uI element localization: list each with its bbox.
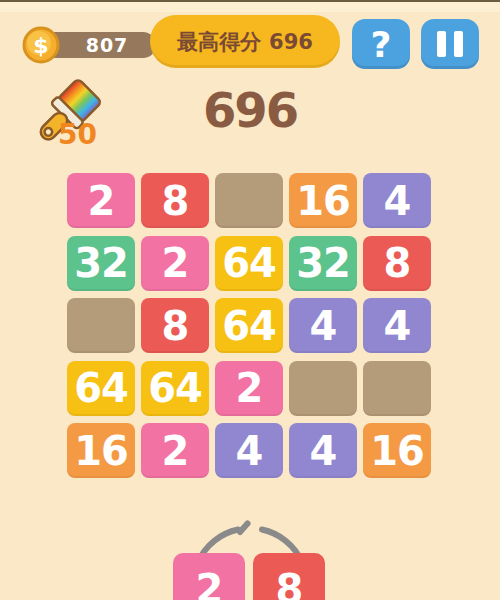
tile-8-r2c5[interactable]: 8: [363, 236, 431, 291]
tile-2-r1c1[interactable]: 2: [67, 173, 135, 228]
tile-16-r5c1[interactable]: 16: [67, 423, 135, 478]
pause-button[interactable]: [421, 19, 479, 69]
empty-cell-r4c4[interactable]: [289, 361, 357, 416]
best-score-label: 最高得分: [177, 28, 261, 56]
tile-4-r3c5[interactable]: 4: [363, 298, 431, 353]
coin-counter: 807 $: [22, 26, 142, 66]
empty-cell-r1c3[interactable]: [215, 173, 283, 228]
empty-cell-r3c1[interactable]: [67, 298, 135, 353]
tile-64-r2c3[interactable]: 64: [215, 236, 283, 291]
next-tile-2[interactable]: 2: [173, 553, 245, 600]
coin-dollar-glyph: $: [33, 33, 48, 58]
tile-16-r5c5[interactable]: 16: [363, 423, 431, 478]
game-screen: 807 $ 最高得分 696 ? 696: [0, 0, 500, 600]
best-score-value: 696: [269, 30, 313, 54]
tile-4-r5c3[interactable]: 4: [215, 423, 283, 478]
brush-booster[interactable]: 50: [20, 72, 120, 157]
next-pair[interactable]: 28: [173, 553, 325, 600]
tile-4-r1c5[interactable]: 4: [363, 173, 431, 228]
tile-32-r2c1[interactable]: 32: [67, 236, 135, 291]
coin-icon: $: [22, 26, 60, 64]
brush-count: 50: [58, 118, 97, 151]
tile-8-r1c2[interactable]: 8: [141, 173, 209, 228]
next-pair-preview: 28: [0, 520, 500, 600]
tile-16-r1c4[interactable]: 16: [289, 173, 357, 228]
tile-4-r5c4[interactable]: 4: [289, 423, 357, 478]
tile-64-r4c2[interactable]: 64: [141, 361, 209, 416]
tile-4-r3c4[interactable]: 4: [289, 298, 357, 353]
tile-2-r5c2[interactable]: 2: [141, 423, 209, 478]
pause-icon: [437, 31, 463, 57]
tile-32-r2c4[interactable]: 32: [289, 236, 357, 291]
next-tile-8[interactable]: 8: [253, 553, 325, 600]
top-strip: [0, 2, 500, 12]
tile-2-r2c2[interactable]: 2: [141, 236, 209, 291]
help-button[interactable]: ?: [352, 19, 410, 69]
question-mark-icon: ?: [371, 24, 392, 65]
tile-8-r3c2[interactable]: 8: [141, 298, 209, 353]
best-score-pill: 最高得分 696: [150, 15, 340, 68]
tile-64-r3c3[interactable]: 64: [215, 298, 283, 353]
tile-2-r4c3[interactable]: 2: [215, 361, 283, 416]
tile-64-r4c1[interactable]: 64: [67, 361, 135, 416]
board: 281643226432886444646421624416: [67, 173, 431, 478]
empty-cell-r4c5[interactable]: [363, 361, 431, 416]
